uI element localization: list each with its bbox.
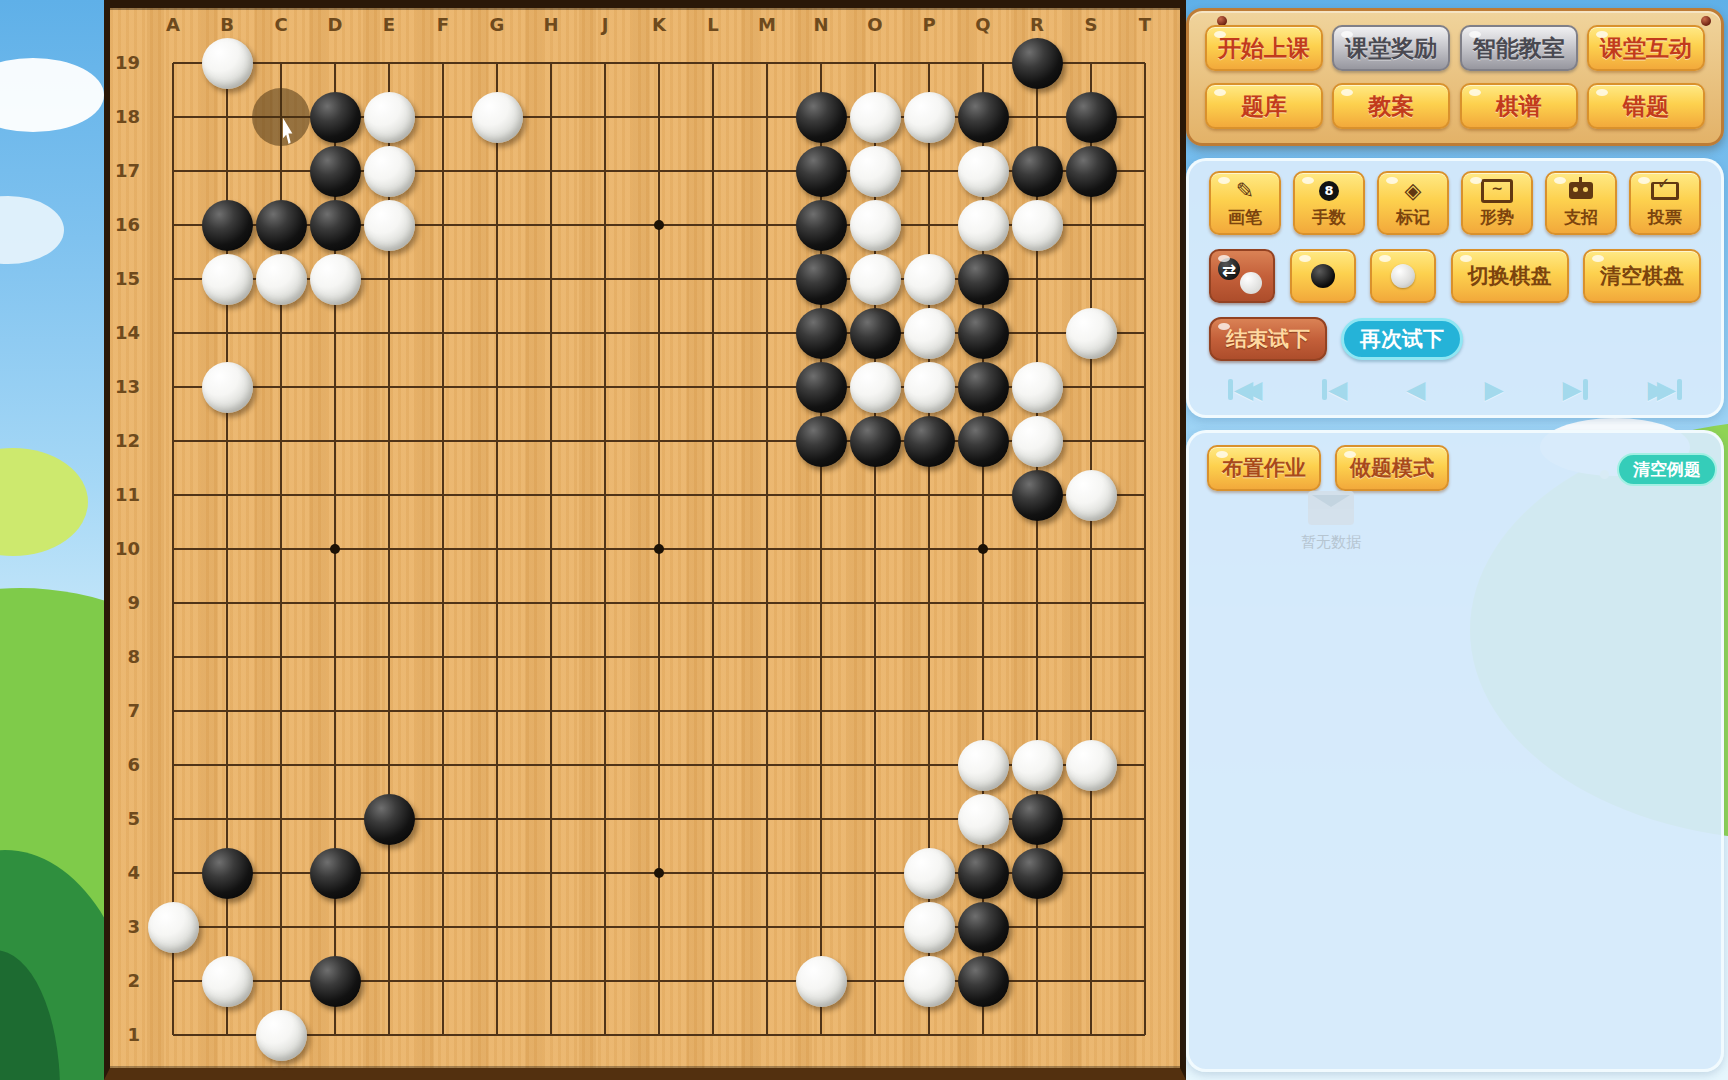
black-stone bbox=[958, 254, 1009, 305]
white-stone bbox=[202, 362, 253, 413]
column-label: J bbox=[591, 14, 619, 36]
empty-text: 暂无数据 bbox=[1285, 533, 1377, 552]
star-point bbox=[654, 220, 664, 230]
tool-label: 画笔 bbox=[1228, 206, 1262, 229]
alternate-stones-icon: ⇄ bbox=[1216, 256, 1268, 296]
white-stone bbox=[364, 200, 415, 251]
white-stone bbox=[1066, 308, 1117, 359]
white-stone bbox=[904, 362, 955, 413]
grid-line-horizontal bbox=[173, 1034, 1145, 1036]
white-stone-icon bbox=[1391, 264, 1415, 288]
black-stone bbox=[796, 416, 847, 467]
star-point bbox=[654, 544, 664, 554]
hill bbox=[0, 448, 88, 556]
row-label: 11 bbox=[112, 484, 140, 506]
column-label: P bbox=[915, 14, 943, 36]
row-label: 9 bbox=[112, 592, 140, 614]
menu-button[interactable]: 智能教室 bbox=[1460, 25, 1578, 71]
column-label: Q bbox=[969, 14, 997, 36]
tool-button[interactable]: ◈标记 bbox=[1377, 171, 1449, 235]
star-point bbox=[654, 868, 664, 878]
row-label: 7 bbox=[112, 700, 140, 722]
white-stone bbox=[256, 1010, 307, 1061]
top-menu-panel: 开始上课课堂奖励智能教室课堂互动 题库教案棋谱错题 bbox=[1186, 8, 1724, 146]
column-label: B bbox=[213, 14, 241, 36]
white-stone bbox=[1066, 740, 1117, 791]
row-label: 19 bbox=[112, 52, 140, 74]
menu-button[interactable]: 教案 bbox=[1332, 83, 1450, 129]
white-stone bbox=[364, 146, 415, 197]
white-stone bbox=[202, 254, 253, 305]
column-label: A bbox=[159, 14, 187, 36]
column-label: T bbox=[1131, 14, 1159, 36]
black-stone bbox=[904, 416, 955, 467]
white-stone bbox=[1012, 740, 1063, 791]
menu-button[interactable]: 错题 bbox=[1587, 83, 1705, 129]
white-stone bbox=[850, 146, 901, 197]
black-stone bbox=[1012, 848, 1063, 899]
tool-label: 支招 bbox=[1564, 206, 1598, 229]
tool-label: 投票 bbox=[1648, 206, 1682, 229]
row-label: 18 bbox=[112, 106, 140, 128]
white-stone bbox=[958, 794, 1009, 845]
forward-fast-icon[interactable]: ▶ bbox=[1562, 377, 1588, 402]
row-label: 17 bbox=[112, 160, 140, 182]
menu-row-2: 题库教案棋谱错题 bbox=[1205, 83, 1705, 129]
white-stone bbox=[850, 200, 901, 251]
grid-line-vertical bbox=[712, 63, 714, 1035]
back-one-icon[interactable]: ◀ bbox=[1406, 377, 1425, 402]
retry-trial-button[interactable]: 再次试下 bbox=[1341, 318, 1463, 360]
column-label: D bbox=[321, 14, 349, 36]
row-label: 14 bbox=[112, 322, 140, 344]
black-stone bbox=[958, 902, 1009, 953]
menu-button[interactable]: 开始上课 bbox=[1205, 25, 1323, 71]
menu-row-1: 开始上课课堂奖励智能教室课堂互动 bbox=[1205, 25, 1705, 71]
nail-icon bbox=[1701, 16, 1711, 26]
column-label: L bbox=[699, 14, 727, 36]
tool-label: 手数 bbox=[1312, 206, 1346, 229]
white-stone bbox=[958, 200, 1009, 251]
row-label: 10 bbox=[112, 538, 140, 560]
white-stone bbox=[904, 848, 955, 899]
white-stone bbox=[850, 254, 901, 305]
hint-robot-icon bbox=[1569, 178, 1593, 204]
forward-one-icon[interactable]: ▶ bbox=[1484, 377, 1503, 402]
row-label: 4 bbox=[112, 862, 140, 884]
alternate-stones-button[interactable]: ⇄ bbox=[1209, 249, 1275, 303]
black-stone bbox=[310, 200, 361, 251]
toolbar-panel: ✎画笔8手数◈标记~形势支招投票 ⇄切换棋盘清空棋盘 结束试下 再次试下 ◀◀◀… bbox=[1186, 158, 1724, 418]
row-label: 8 bbox=[112, 646, 140, 668]
black-stone bbox=[958, 956, 1009, 1007]
row-label: 13 bbox=[112, 376, 140, 398]
white-stone bbox=[1012, 362, 1063, 413]
black-stone bbox=[1012, 38, 1063, 89]
white-stone bbox=[202, 38, 253, 89]
black-stone bbox=[1012, 794, 1063, 845]
tool-button[interactable]: 支招 bbox=[1545, 171, 1617, 235]
white-stone bbox=[850, 92, 901, 143]
white-stone bbox=[958, 740, 1009, 791]
white-stone bbox=[1012, 416, 1063, 467]
go-board[interactable]: A19B18C17D16E15F14G13H12J11K10L9M8N7O6P5… bbox=[104, 0, 1186, 1080]
row-label: 6 bbox=[112, 754, 140, 776]
grid-line-horizontal bbox=[173, 602, 1145, 604]
tool-button[interactable]: ✎画笔 bbox=[1209, 171, 1281, 235]
menu-button[interactable]: 题库 bbox=[1205, 83, 1323, 129]
homework-button[interactable]: 布置作业 bbox=[1207, 445, 1321, 491]
column-label: S bbox=[1077, 14, 1105, 36]
grid-line-horizontal bbox=[173, 710, 1145, 712]
territory-icon: ~ bbox=[1481, 178, 1513, 204]
grid-line-vertical bbox=[1090, 63, 1092, 1035]
cloud bbox=[0, 58, 104, 132]
black-stone bbox=[1012, 470, 1063, 521]
stone-modes-row: ⇄切换棋盘清空棋盘 bbox=[1209, 249, 1701, 303]
white-stone bbox=[1012, 200, 1063, 251]
column-label: O bbox=[861, 14, 889, 36]
black-stone bbox=[310, 848, 361, 899]
menu-button[interactable]: 课堂奖励 bbox=[1332, 25, 1450, 71]
black-stone bbox=[796, 308, 847, 359]
tool-label: 标记 bbox=[1396, 206, 1430, 229]
board-action-button[interactable]: 切换棋盘 bbox=[1451, 249, 1569, 303]
black-stone bbox=[958, 308, 1009, 359]
cloud bbox=[0, 196, 64, 264]
row-label: 5 bbox=[112, 808, 140, 830]
black-stone bbox=[202, 200, 253, 251]
white-stone bbox=[472, 92, 523, 143]
white-stone bbox=[850, 362, 901, 413]
black-stone bbox=[796, 146, 847, 197]
black-stone bbox=[202, 848, 253, 899]
tool-button[interactable]: 投票 bbox=[1629, 171, 1701, 235]
grid-line-horizontal bbox=[173, 656, 1145, 658]
end-trial-button[interactable]: 结束试下 bbox=[1209, 317, 1327, 361]
black-stone bbox=[256, 200, 307, 251]
column-label: E bbox=[375, 14, 403, 36]
white-stone bbox=[904, 92, 955, 143]
black-stone bbox=[1066, 146, 1117, 197]
column-label: F bbox=[429, 14, 457, 36]
move-count-icon: 8 bbox=[1319, 178, 1339, 204]
black-stone bbox=[850, 308, 901, 359]
white-stone bbox=[904, 254, 955, 305]
homework-button[interactable]: 做题模式 bbox=[1335, 445, 1449, 491]
white-stone bbox=[202, 956, 253, 1007]
white-stone bbox=[904, 308, 955, 359]
menu-button[interactable]: 课堂互动 bbox=[1587, 25, 1705, 71]
playback-controls: ◀◀◀◀▶▶▶▶ bbox=[1209, 377, 1701, 402]
column-label: M bbox=[753, 14, 781, 36]
row-label: 16 bbox=[112, 214, 140, 236]
row-label: 15 bbox=[112, 268, 140, 290]
empty-box-icon bbox=[1308, 491, 1354, 525]
black-stone bbox=[796, 254, 847, 305]
white-stone bbox=[796, 956, 847, 1007]
star-point bbox=[330, 544, 340, 554]
column-label: N bbox=[807, 14, 835, 36]
black-stone-icon bbox=[1311, 264, 1335, 288]
black-stone bbox=[958, 416, 1009, 467]
grid-line-vertical bbox=[1144, 63, 1146, 1035]
black-stone bbox=[958, 362, 1009, 413]
black-stone bbox=[1012, 146, 1063, 197]
board-action-button[interactable]: 清空棋盘 bbox=[1583, 249, 1701, 303]
white-stone bbox=[1066, 470, 1117, 521]
homework-panel: 布置作业做题模式 清空例题 暂无数据 bbox=[1186, 430, 1724, 1072]
tool-button[interactable]: 8手数 bbox=[1293, 171, 1365, 235]
clear-example-button[interactable]: 清空例题 bbox=[1617, 453, 1717, 486]
white-stone bbox=[904, 902, 955, 953]
black-stone bbox=[850, 416, 901, 467]
mark-icon: ◈ bbox=[1405, 178, 1422, 204]
row-label: 1 bbox=[112, 1024, 140, 1046]
black-stone-button[interactable] bbox=[1290, 249, 1356, 303]
white-stone bbox=[148, 902, 199, 953]
black-stone bbox=[1066, 92, 1117, 143]
star-point bbox=[978, 544, 988, 554]
empty-state: 暂无数据 bbox=[1285, 491, 1377, 552]
white-stone bbox=[256, 254, 307, 305]
back-fast-icon[interactable]: ◀ bbox=[1321, 377, 1347, 402]
black-stone bbox=[796, 92, 847, 143]
row-label: 3 bbox=[112, 916, 140, 938]
column-label: H bbox=[537, 14, 565, 36]
column-label: G bbox=[483, 14, 511, 36]
pencil-icon: ✎ bbox=[1236, 178, 1254, 204]
black-stone bbox=[958, 848, 1009, 899]
go-start-icon[interactable]: ◀◀ bbox=[1227, 377, 1262, 402]
grid-line-vertical bbox=[766, 63, 768, 1035]
tool-label: 形势 bbox=[1480, 206, 1514, 229]
column-label: K bbox=[645, 14, 673, 36]
tool-button[interactable]: ~形势 bbox=[1461, 171, 1533, 235]
trial-row: 结束试下 再次试下 bbox=[1209, 317, 1701, 361]
white-stone-button[interactable] bbox=[1370, 249, 1436, 303]
white-stone bbox=[904, 956, 955, 1007]
white-stone bbox=[364, 92, 415, 143]
hover-stone-shadow bbox=[252, 88, 310, 146]
white-stone bbox=[958, 146, 1009, 197]
go-end-icon[interactable]: ▶▶ bbox=[1648, 377, 1683, 402]
black-stone bbox=[958, 92, 1009, 143]
black-stone bbox=[310, 956, 361, 1007]
black-stone bbox=[796, 200, 847, 251]
black-stone bbox=[310, 92, 361, 143]
tools-row: ✎画笔8手数◈标记~形势支招投票 bbox=[1209, 171, 1701, 235]
black-stone bbox=[796, 362, 847, 413]
row-label: 2 bbox=[112, 970, 140, 992]
row-label: 12 bbox=[112, 430, 140, 452]
vote-icon bbox=[1651, 178, 1679, 204]
column-label: C bbox=[267, 14, 295, 36]
column-label: R bbox=[1023, 14, 1051, 36]
black-stone bbox=[364, 794, 415, 845]
black-stone bbox=[310, 146, 361, 197]
menu-button[interactable]: 棋谱 bbox=[1460, 83, 1578, 129]
white-stone bbox=[310, 254, 361, 305]
